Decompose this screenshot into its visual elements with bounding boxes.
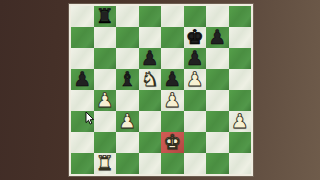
square-e2[interactable]: ♚ (161, 132, 184, 153)
square-g3[interactable] (206, 111, 229, 132)
square-g8[interactable] (206, 6, 229, 27)
square-d3[interactable] (139, 111, 162, 132)
square-b5[interactable] (94, 69, 117, 90)
square-e1[interactable] (161, 153, 184, 174)
piece-white-knight-d5[interactable]: ♞ (141, 69, 159, 90)
square-h2[interactable] (229, 132, 252, 153)
piece-white-rook-b1[interactable]: ♜ (96, 153, 114, 174)
square-e5[interactable]: ♟ (161, 69, 184, 90)
square-e7[interactable] (161, 27, 184, 48)
square-a4[interactable] (71, 90, 94, 111)
square-c3[interactable]: ♟ (116, 111, 139, 132)
square-b3[interactable] (94, 111, 117, 132)
square-c1[interactable] (116, 153, 139, 174)
square-c6[interactable] (116, 48, 139, 69)
square-d4[interactable] (139, 90, 162, 111)
page-background: ♜♚♟♟♟♟♝♞♟♟♟♟♟♟♚♜ (0, 0, 320, 180)
square-h4[interactable] (229, 90, 252, 111)
piece-white-king-e2[interactable]: ♚ (163, 132, 181, 153)
piece-black-pawn-a5[interactable]: ♟ (73, 69, 91, 90)
square-c5[interactable]: ♝ (116, 69, 139, 90)
square-g7[interactable]: ♟ (206, 27, 229, 48)
square-a3[interactable] (71, 111, 94, 132)
square-h3[interactable]: ♟ (229, 111, 252, 132)
piece-black-king-f7[interactable]: ♚ (186, 27, 204, 48)
piece-white-pawn-b4[interactable]: ♟ (96, 90, 114, 111)
square-a1[interactable] (71, 153, 94, 174)
square-h1[interactable] (229, 153, 252, 174)
square-a8[interactable] (71, 6, 94, 27)
square-e3[interactable] (161, 111, 184, 132)
square-d8[interactable] (139, 6, 162, 27)
square-f8[interactable] (184, 6, 207, 27)
square-b4[interactable]: ♟ (94, 90, 117, 111)
square-e4[interactable]: ♟ (161, 90, 184, 111)
square-g6[interactable] (206, 48, 229, 69)
square-d1[interactable] (139, 153, 162, 174)
square-c4[interactable] (116, 90, 139, 111)
square-b8[interactable]: ♜ (94, 6, 117, 27)
piece-white-pawn-f5[interactable]: ♟ (186, 69, 204, 90)
square-f6[interactable]: ♟ (184, 48, 207, 69)
piece-black-pawn-d6[interactable]: ♟ (141, 48, 159, 69)
square-d7[interactable] (139, 27, 162, 48)
piece-white-pawn-e4[interactable]: ♟ (163, 90, 181, 111)
square-e8[interactable] (161, 6, 184, 27)
piece-white-pawn-c3[interactable]: ♟ (118, 111, 136, 132)
square-f1[interactable] (184, 153, 207, 174)
square-d6[interactable]: ♟ (139, 48, 162, 69)
square-f2[interactable] (184, 132, 207, 153)
piece-white-pawn-h3[interactable]: ♟ (231, 111, 249, 132)
square-a6[interactable] (71, 48, 94, 69)
square-b7[interactable] (94, 27, 117, 48)
piece-black-pawn-g7[interactable]: ♟ (208, 27, 226, 48)
square-h6[interactable] (229, 48, 252, 69)
square-d5[interactable]: ♞ (139, 69, 162, 90)
square-a5[interactable]: ♟ (71, 69, 94, 90)
square-b1[interactable]: ♜ (94, 153, 117, 174)
piece-black-pawn-f6[interactable]: ♟ (186, 48, 204, 69)
square-f3[interactable] (184, 111, 207, 132)
square-d2[interactable] (139, 132, 162, 153)
square-c2[interactable] (116, 132, 139, 153)
square-c8[interactable] (116, 6, 139, 27)
square-b6[interactable] (94, 48, 117, 69)
square-a2[interactable] (71, 132, 94, 153)
square-f5[interactable]: ♟ (184, 69, 207, 90)
piece-black-rook-b8[interactable]: ♜ (96, 6, 114, 27)
square-f4[interactable] (184, 90, 207, 111)
square-h8[interactable] (229, 6, 252, 27)
chess-board: ♜♚♟♟♟♟♝♞♟♟♟♟♟♟♚♜ (69, 4, 253, 176)
square-f7[interactable]: ♚ (184, 27, 207, 48)
square-c7[interactable] (116, 27, 139, 48)
square-a7[interactable] (71, 27, 94, 48)
square-h7[interactable] (229, 27, 252, 48)
square-g1[interactable] (206, 153, 229, 174)
piece-black-pawn-e5[interactable]: ♟ (163, 69, 181, 90)
square-g4[interactable] (206, 90, 229, 111)
square-g5[interactable] (206, 69, 229, 90)
square-g2[interactable] (206, 132, 229, 153)
square-e6[interactable] (161, 48, 184, 69)
square-h5[interactable] (229, 69, 252, 90)
piece-black-bishop-c5[interactable]: ♝ (118, 69, 136, 90)
square-b2[interactable] (94, 132, 117, 153)
